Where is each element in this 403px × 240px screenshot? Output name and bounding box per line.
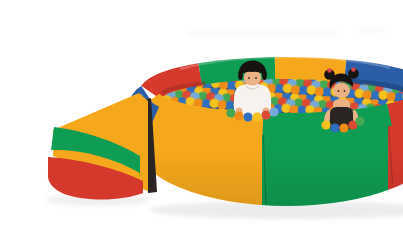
girl-bow-left xyxy=(327,68,332,73)
girl-face xyxy=(333,83,350,98)
ball xyxy=(269,107,278,116)
watermark-line xyxy=(188,32,338,34)
ball xyxy=(252,112,261,121)
ballpit-photo xyxy=(40,16,403,240)
ball xyxy=(355,116,364,125)
rim-back-yellow xyxy=(275,68,345,71)
boy-right-eye xyxy=(255,77,257,79)
ball xyxy=(243,112,252,121)
ballpit-scene xyxy=(40,16,403,240)
girl-left-eye xyxy=(338,90,340,92)
ball xyxy=(261,110,270,119)
boy-hair-side-right xyxy=(262,70,267,80)
boy-hair-side-left xyxy=(238,70,243,80)
watermark-smudge xyxy=(188,29,384,34)
ball xyxy=(321,120,330,129)
boy-left-eye xyxy=(248,77,250,79)
ball xyxy=(330,123,339,132)
girl-right-eye xyxy=(344,90,346,92)
girl-bow-right xyxy=(351,67,356,72)
child-boy xyxy=(234,60,271,119)
ball xyxy=(226,108,235,117)
foam-steps xyxy=(48,93,148,200)
ball xyxy=(339,123,348,132)
watermark-line-2 xyxy=(358,29,384,31)
ball xyxy=(234,111,243,120)
